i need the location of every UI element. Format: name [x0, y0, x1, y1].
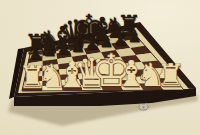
square-a2 [23, 81, 42, 87]
square-e3 [95, 71, 116, 78]
square-a1 [22, 86, 42, 91]
photo-background: ♜♞♝♛♚♝♞♜♟♟♟♟♟♟♟♟♟♟♟♟♟♟♟♟♜♞♝♛♚♝♞♜ [0, 0, 200, 135]
square-e2 [98, 78, 120, 85]
square-e1 [100, 84, 123, 91]
clasp-icon [139, 104, 148, 111]
square-d1 [81, 85, 103, 91]
chess-board [0, 0, 200, 135]
square-c3 [60, 74, 79, 80]
square-c2 [61, 79, 81, 85]
square-b1 [42, 85, 62, 91]
square-d3 [77, 73, 97, 80]
square-c1 [62, 85, 83, 91]
square-d2 [79, 79, 100, 86]
square-b2 [42, 80, 61, 86]
